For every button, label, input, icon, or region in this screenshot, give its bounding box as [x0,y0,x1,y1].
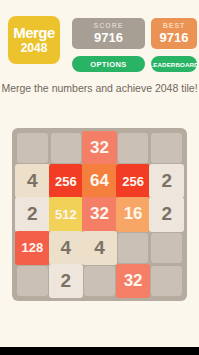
cell-r1c4 [118,133,149,163]
board-grid[interactable]: 32425664256225123216212844232 [12,128,187,301]
cell-r2c2: 256 [51,166,82,196]
tile-128: 128 [15,231,50,265]
cell-r4c4 [118,233,149,263]
cell-r2c4: 256 [118,166,149,196]
tile-4: 4 [15,164,50,198]
app-logo: Merge 2048 [8,16,60,64]
cell-r1c3: 32 [84,133,115,163]
cell-r3c4: 16 [118,199,149,229]
tile-32: 32 [116,264,151,298]
cell-r4c1: 128 [17,233,48,263]
cell-r4c5 [151,233,182,263]
cell-r3c2: 512 [51,199,82,229]
cell-r4c3: 4 [84,233,115,263]
tile-2: 2 [15,197,50,231]
cell-r5c2: 2 [51,266,82,296]
tile-2: 2 [49,264,84,298]
bottom-system-bar [0,347,199,355]
tile-16: 16 [116,197,151,231]
cell-r5c4: 32 [118,266,149,296]
options-button[interactable]: OPTIONS [72,56,145,72]
score-value: 9716 [94,30,123,46]
tile-64: 64 [82,164,117,198]
score-label: SCORE [94,22,124,30]
tile-32: 32 [82,197,117,231]
cell-r5c1 [17,266,48,296]
best-label: BEST [163,22,186,30]
cell-r1c1 [17,133,48,163]
leaderboard-button[interactable]: LEADERBOARD [151,56,197,72]
app-window: Merge 2048 SCORE 9716 BEST 9716 OPTIONS … [0,0,199,355]
tile-4: 4 [82,231,117,265]
tile-2: 2 [149,164,184,198]
cell-r2c5: 2 [151,166,182,196]
cell-r5c3 [84,266,115,296]
best-value: 9716 [160,30,189,46]
tile-4: 4 [49,231,84,265]
cell-r5c5 [151,266,182,296]
logo-title-line1: Merge [13,24,55,41]
tile-256: 256 [116,164,151,198]
cell-r2c3: 64 [84,166,115,196]
cell-r4c2: 4 [51,233,82,263]
tile-256: 256 [49,164,84,198]
tile-2: 2 [149,197,184,231]
score-box: SCORE 9716 [72,18,145,49]
best-box: BEST 9716 [151,18,197,49]
cell-r1c5 [151,133,182,163]
tagline: Merge the numbers and achieve 2048 tile! [0,82,199,94]
cell-r3c1: 2 [17,199,48,229]
cell-r1c2 [51,133,82,163]
cell-r2c1: 4 [17,166,48,196]
tile-512: 512 [49,197,84,231]
tile-32: 32 [82,131,117,165]
logo-title-line2: 2048 [21,42,48,56]
cell-r3c3: 32 [84,199,115,229]
cell-r3c5: 2 [151,199,182,229]
